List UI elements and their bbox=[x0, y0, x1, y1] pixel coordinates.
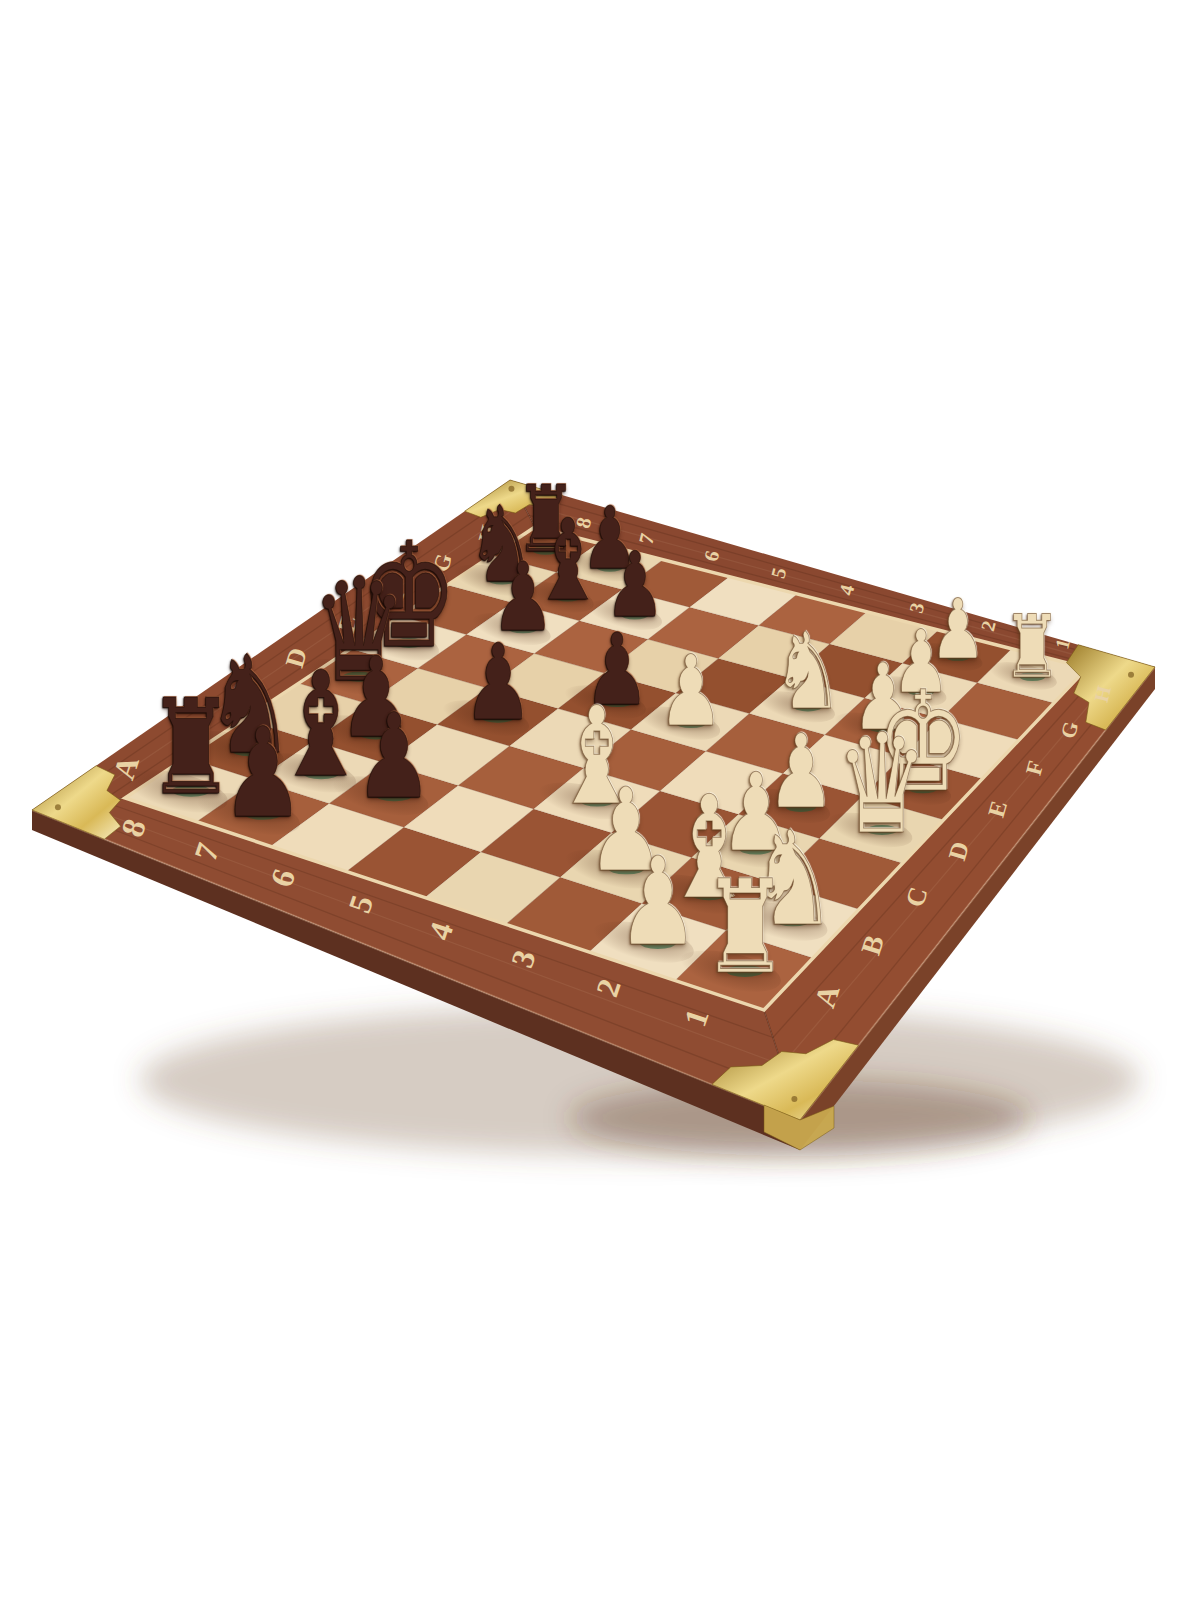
chessboard bbox=[0, 0, 1200, 1600]
chessboard-product-photo: AABBCCDDEEFFGGHH8877665544332211 ♜♟♞♝♟♟♚… bbox=[0, 0, 1200, 1600]
